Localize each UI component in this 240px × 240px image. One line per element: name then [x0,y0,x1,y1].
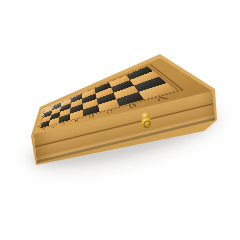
brass-clasp [140,112,153,132]
clasp-ring [143,120,151,129]
photo-backdrop: H G F E D C B A 5 6 7 8 [0,0,240,240]
